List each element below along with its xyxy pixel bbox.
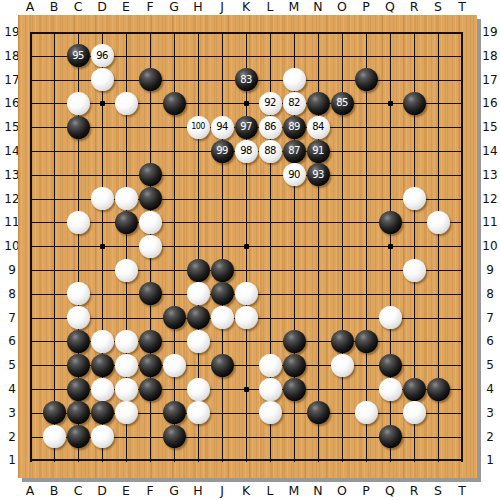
white-stone-H4 — [187, 378, 210, 401]
go-diagram-page: ABCDEFGHJKLMNOPQRST ABCDEFGHJKLMNOPQRST … — [0, 0, 500, 500]
col-label-top-A: A — [18, 0, 42, 14]
white-stone-H15: 100 — [187, 116, 210, 139]
white-stone-L14: 88 — [259, 140, 282, 163]
white-stone-E9 — [115, 259, 138, 282]
white-stone-L16: 92 — [259, 92, 282, 115]
row-label-right-11: 11 — [478, 214, 500, 230]
white-stone-H8 — [187, 282, 210, 305]
col-label-top-J: J — [210, 0, 234, 14]
col-label-bottom-E: E — [114, 484, 138, 498]
row-label-right-13: 13 — [478, 167, 500, 183]
black-stone-M4 — [283, 378, 306, 401]
white-stone-C16 — [67, 92, 90, 115]
col-label-top-E: E — [114, 0, 138, 14]
black-stone-G2 — [163, 425, 186, 448]
black-stone-C15 — [67, 116, 90, 139]
col-label-bottom-O: O — [330, 484, 354, 498]
move-number: 99 — [216, 146, 228, 156]
white-stone-M13: 90 — [283, 163, 306, 186]
col-label-bottom-N: N — [306, 484, 330, 498]
black-stone-J14: 99 — [211, 140, 234, 163]
white-stone-D18: 96 — [91, 44, 114, 67]
black-stone-O16: 85 — [331, 92, 354, 115]
black-stone-C4 — [67, 378, 90, 401]
row-label-right-16: 16 — [478, 95, 500, 111]
row-label-right-2: 2 — [478, 429, 500, 445]
row-label-right-18: 18 — [478, 48, 500, 64]
white-stone-B2 — [43, 425, 66, 448]
move-number: 87 — [288, 146, 300, 156]
move-number: 91 — [312, 146, 324, 156]
col-label-bottom-C: C — [66, 484, 90, 498]
col-label-bottom-A: A — [18, 484, 42, 498]
row-label-right-9: 9 — [478, 262, 500, 278]
black-stone-F17 — [139, 68, 162, 91]
move-number: 90 — [288, 170, 300, 180]
black-stone-M15: 89 — [283, 116, 306, 139]
go-board[interactable]: 959683928285100949786898499988887919093 — [18, 15, 477, 478]
white-stone-L3 — [259, 401, 282, 424]
black-stone-R4 — [403, 378, 426, 401]
white-stone-E6 — [115, 330, 138, 353]
white-stone-G5 — [163, 354, 186, 377]
black-stone-N14: 91 — [307, 140, 330, 163]
col-label-top-M: M — [282, 0, 306, 14]
white-stone-E12 — [115, 187, 138, 210]
white-stone-Q7 — [379, 306, 402, 329]
move-number: 84 — [312, 122, 324, 132]
black-stone-Q2 — [379, 425, 402, 448]
white-stone-E4 — [115, 378, 138, 401]
black-stone-H9 — [187, 259, 210, 282]
black-stone-D5 — [91, 354, 114, 377]
white-stone-D4 — [91, 378, 114, 401]
white-stone-C7 — [67, 306, 90, 329]
move-number: 96 — [96, 51, 108, 61]
col-label-bottom-H: H — [186, 484, 210, 498]
board-grid[interactable]: 959683928285100949786898499988887919093 — [30, 32, 462, 461]
black-stone-C18: 95 — [67, 44, 90, 67]
row-label-right-6: 6 — [478, 333, 500, 349]
col-label-bottom-L: L — [258, 484, 282, 498]
row-label-right-3: 3 — [478, 405, 500, 421]
col-label-top-C: C — [66, 0, 90, 14]
black-stone-F12 — [139, 187, 162, 210]
col-label-top-F: F — [138, 0, 162, 14]
black-stone-P17 — [355, 68, 378, 91]
col-label-bottom-P: P — [354, 484, 378, 498]
row-label-right-10: 10 — [478, 238, 500, 254]
move-number: 89 — [288, 122, 300, 132]
white-stone-P3 — [355, 401, 378, 424]
col-label-bottom-R: R — [402, 484, 426, 498]
white-stone-L4 — [259, 378, 282, 401]
black-stone-H7 — [187, 306, 210, 329]
col-label-bottom-T: T — [450, 484, 474, 498]
move-number: 100 — [191, 122, 204, 132]
col-label-top-T: T — [450, 0, 474, 14]
black-stone-M14: 87 — [283, 140, 306, 163]
white-stone-K7 — [235, 306, 258, 329]
black-stone-C5 — [67, 354, 90, 377]
black-stone-C3 — [67, 401, 90, 424]
star-point-D16 — [100, 101, 105, 106]
col-label-top-D: D — [90, 0, 114, 14]
white-stone-J7 — [211, 306, 234, 329]
black-stone-Q5 — [379, 354, 402, 377]
black-stone-J5 — [211, 354, 234, 377]
move-number: 83 — [240, 75, 252, 85]
black-stone-B3 — [43, 401, 66, 424]
white-stone-D2 — [91, 425, 114, 448]
black-stone-G16 — [163, 92, 186, 115]
white-stone-K8 — [235, 282, 258, 305]
col-label-bottom-B: B — [42, 484, 66, 498]
col-label-bottom-D: D — [90, 484, 114, 498]
white-stone-H6 — [187, 330, 210, 353]
white-stone-D12 — [91, 187, 114, 210]
black-stone-N13: 93 — [307, 163, 330, 186]
white-stone-S11 — [427, 211, 450, 234]
black-stone-Q11 — [379, 211, 402, 234]
move-number: 85 — [336, 98, 348, 108]
black-stone-F4 — [139, 378, 162, 401]
row-label-right-12: 12 — [478, 191, 500, 207]
white-stone-M17 — [283, 68, 306, 91]
move-number: 92 — [264, 98, 276, 108]
white-stone-R9 — [403, 259, 426, 282]
star-point-D10 — [100, 244, 105, 249]
white-stone-R12 — [403, 187, 426, 210]
star-point-K4 — [244, 387, 249, 392]
move-number: 94 — [216, 122, 228, 132]
col-label-top-R: R — [402, 0, 426, 14]
white-stone-D17 — [91, 68, 114, 91]
row-label-right-8: 8 — [478, 286, 500, 302]
white-stone-O5 — [331, 354, 354, 377]
white-stone-L15: 86 — [259, 116, 282, 139]
row-label-right-4: 4 — [478, 381, 500, 397]
black-stone-D3 — [91, 401, 114, 424]
col-label-top-K: K — [234, 0, 258, 14]
white-stone-R3 — [403, 401, 426, 424]
black-stone-P6 — [355, 330, 378, 353]
white-stone-E3 — [115, 401, 138, 424]
grid-line-horizontal — [30, 459, 463, 461]
black-stone-C2 — [67, 425, 90, 448]
black-stone-F5 — [139, 354, 162, 377]
col-label-top-Q: Q — [378, 0, 402, 14]
white-stone-C8 — [67, 282, 90, 305]
black-stone-R16 — [403, 92, 426, 115]
row-label-right-7: 7 — [478, 310, 500, 326]
black-stone-C6 — [67, 330, 90, 353]
white-stone-Q4 — [379, 378, 402, 401]
grid-line-vertical — [366, 32, 367, 462]
star-point-K16 — [244, 101, 249, 106]
black-stone-N16 — [307, 92, 330, 115]
black-stone-K17: 83 — [235, 68, 258, 91]
black-stone-J8 — [211, 282, 234, 305]
black-stone-G7 — [163, 306, 186, 329]
col-label-bottom-M: M — [282, 484, 306, 498]
black-stone-S4 — [427, 378, 450, 401]
col-label-bottom-Q: Q — [378, 484, 402, 498]
black-stone-J9 — [211, 259, 234, 282]
row-label-right-14: 14 — [478, 143, 500, 159]
col-label-top-O: O — [330, 0, 354, 14]
white-stone-C11 — [67, 211, 90, 234]
white-stone-H3 — [187, 401, 210, 424]
move-number: 97 — [240, 122, 252, 132]
white-stone-E16 — [115, 92, 138, 115]
white-stone-L5 — [259, 354, 282, 377]
row-label-right-19: 19 — [478, 24, 500, 40]
col-label-bottom-S: S — [426, 484, 450, 498]
col-label-top-S: S — [426, 0, 450, 14]
col-label-top-L: L — [258, 0, 282, 14]
black-stone-E11 — [115, 211, 138, 234]
white-stone-K14: 98 — [235, 140, 258, 163]
black-stone-M5 — [283, 354, 306, 377]
col-label-bottom-G: G — [162, 484, 186, 498]
col-label-top-H: H — [186, 0, 210, 14]
col-label-bottom-J: J — [210, 484, 234, 498]
black-stone-F8 — [139, 282, 162, 305]
white-stone-M16: 82 — [283, 92, 306, 115]
row-label-right-17: 17 — [478, 72, 500, 88]
move-number: 98 — [240, 146, 252, 156]
black-stone-K15: 97 — [235, 116, 258, 139]
grid-line-horizontal — [30, 270, 463, 271]
move-number: 93 — [312, 170, 324, 180]
black-stone-F6 — [139, 330, 162, 353]
white-stone-D6 — [91, 330, 114, 353]
move-number: 86 — [264, 122, 276, 132]
white-stone-E5 — [115, 354, 138, 377]
col-label-top-G: G — [162, 0, 186, 14]
move-number: 82 — [288, 98, 300, 108]
white-stone-N15: 84 — [307, 116, 330, 139]
black-stone-G3 — [163, 401, 186, 424]
col-label-bottom-F: F — [138, 484, 162, 498]
row-label-right-1: 1 — [478, 452, 500, 468]
grid-line-vertical — [461, 32, 463, 462]
black-stone-O6 — [331, 330, 354, 353]
move-number: 88 — [264, 146, 276, 156]
star-point-K10 — [244, 244, 249, 249]
col-label-top-N: N — [306, 0, 330, 14]
star-point-Q16 — [388, 101, 393, 106]
row-label-right-5: 5 — [478, 357, 500, 373]
row-label-right-15: 15 — [478, 119, 500, 135]
white-stone-J15: 94 — [211, 116, 234, 139]
move-number: 95 — [72, 51, 84, 61]
col-label-top-P: P — [354, 0, 378, 14]
black-stone-N3 — [307, 401, 330, 424]
col-label-bottom-K: K — [234, 484, 258, 498]
white-stone-F10 — [139, 235, 162, 258]
black-stone-F13 — [139, 163, 162, 186]
black-stone-M6 — [283, 330, 306, 353]
star-point-Q10 — [388, 244, 393, 249]
col-label-top-B: B — [42, 0, 66, 14]
white-stone-F11 — [139, 211, 162, 234]
